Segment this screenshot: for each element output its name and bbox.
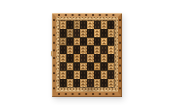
square-f5 [94,46,100,54]
square-g6 [101,38,107,46]
square-b5 [67,46,73,54]
square-d6 [80,38,86,46]
square-a4 [60,54,66,62]
square-b8 [67,21,73,29]
side-clasp [51,51,53,56]
square-d5 [80,46,86,54]
square-g2 [101,71,107,79]
square-b4 [67,54,73,62]
square-f6 [94,38,100,46]
square-h8 [108,21,114,29]
square-c7 [74,29,80,37]
grid-outline [59,20,115,88]
square-a7 [60,29,66,37]
square-d1 [80,79,86,87]
square-c3 [74,63,80,71]
square-h5 [108,46,114,54]
square-g7 [101,29,107,37]
square-e8 [87,21,93,29]
square-h3 [108,63,114,71]
square-a2 [60,71,66,79]
chess-board [52,13,122,97]
square-f4 [94,54,100,62]
square-e4 [87,54,93,62]
square-f1 [94,79,100,87]
square-e7 [87,29,93,37]
square-e1 [87,79,93,87]
square-h4 [108,54,114,62]
square-h6 [108,38,114,46]
square-h2 [108,71,114,79]
square-h1 [108,79,114,87]
square-b7 [67,29,73,37]
square-f8 [94,21,100,29]
board-grid [60,21,114,87]
square-f2 [94,71,100,79]
square-h7 [108,29,114,37]
photo-background [0,0,175,105]
square-a8 [60,21,66,29]
square-g1 [101,79,107,87]
square-b2 [67,71,73,79]
square-e5 [87,46,93,54]
square-g5 [101,46,107,54]
square-a3 [60,63,66,71]
square-g3 [101,63,107,71]
square-a1 [60,79,66,87]
square-d2 [80,71,86,79]
square-c1 [74,79,80,87]
square-g4 [101,54,107,62]
square-b6 [67,38,73,46]
square-a5 [60,46,66,54]
square-c2 [74,71,80,79]
square-c8 [74,21,80,29]
square-g8 [101,21,107,29]
square-a6 [60,38,66,46]
square-c4 [74,54,80,62]
square-c5 [74,46,80,54]
square-f7 [94,29,100,37]
square-d4 [80,54,86,62]
square-d7 [80,29,86,37]
square-e6 [87,38,93,46]
square-d8 [80,21,86,29]
square-d3 [80,63,86,71]
square-e2 [87,71,93,79]
square-b1 [67,79,73,87]
square-f3 [94,63,100,71]
board-frame [52,13,122,97]
inner-wood-border [56,17,118,92]
square-b3 [67,63,73,71]
square-c6 [74,38,80,46]
square-e3 [87,63,93,71]
